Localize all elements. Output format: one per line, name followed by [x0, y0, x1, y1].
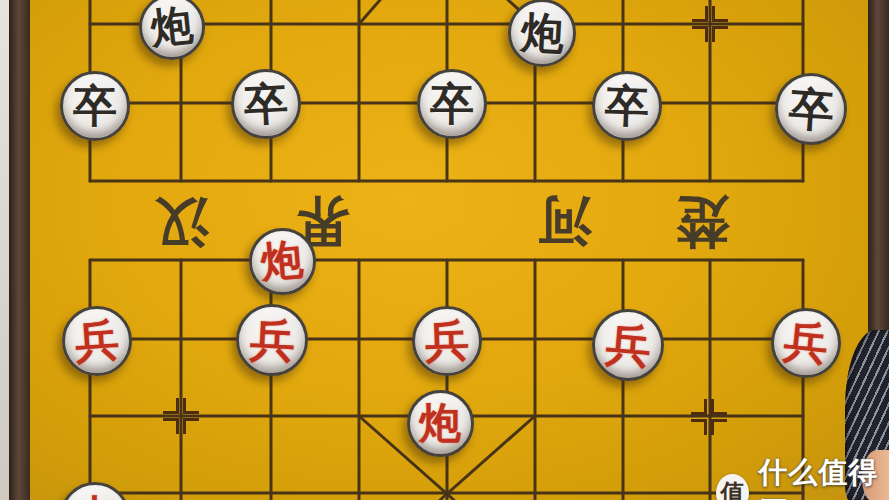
- piece-glyph: 兵: [604, 321, 653, 370]
- piece-glyph: 兵: [74, 318, 121, 365]
- piece-glyph: 兵: [424, 318, 470, 364]
- piece-black-cannon-f3[interactable]: 炮: [508, 0, 576, 67]
- piece-red-soldier-i7[interactable]: 兵: [771, 308, 841, 378]
- point-marker-b8: [159, 394, 203, 438]
- piece-black-soldier-g4[interactable]: 卒: [592, 71, 662, 141]
- piece-glyph: 卒: [243, 81, 289, 127]
- river-char-han: 汉: [149, 190, 215, 256]
- piece-glyph: 車: [73, 495, 117, 500]
- piece-red-soldier-c7[interactable]: 兵: [236, 304, 308, 376]
- piece-red-cannon-e8[interactable]: 炮: [407, 390, 474, 457]
- piece-glyph: 兵: [782, 319, 830, 367]
- smzdm-logo-icon: 值: [716, 474, 749, 500]
- point-marker-h3: [688, 2, 732, 46]
- watermark: 值 什么值得买: [716, 453, 889, 500]
- piece-red-soldier-g7[interactable]: 兵: [592, 309, 664, 381]
- piece-glyph: 卒: [73, 84, 117, 128]
- piece-glyph: 炮: [519, 10, 564, 55]
- piece-red-soldier-e7[interactable]: 兵: [412, 306, 482, 376]
- piece-glyph: 兵: [248, 316, 295, 363]
- piece-red-cannon-c6[interactable]: 炮: [249, 228, 316, 295]
- piece-glyph: 卒: [430, 82, 474, 126]
- piece-black-soldier-i4[interactable]: 卒: [775, 73, 847, 145]
- piece-black-soldier-a4[interactable]: 卒: [60, 71, 130, 141]
- xiangqi-photo: 汉 界 河 楚 炮炮卒卒卒卒卒炮兵兵兵兵兵炮車 值 什么值得买: [0, 0, 889, 500]
- piece-glyph: 炮: [149, 4, 195, 50]
- piece-glyph: 炮: [259, 238, 305, 284]
- piece-glyph: 炮: [419, 402, 461, 444]
- piece-black-soldier-c4[interactable]: 卒: [231, 69, 301, 139]
- point-marker-h8: [687, 395, 731, 439]
- piece-black-soldier-e4[interactable]: 卒: [417, 69, 487, 139]
- piece-glyph: 卒: [604, 83, 650, 129]
- river-char-chu: 楚: [670, 190, 736, 256]
- piece-red-soldier-a7[interactable]: 兵: [62, 306, 132, 376]
- watermark-text: 什么值得买: [758, 453, 889, 500]
- river-char-he: 河: [532, 189, 598, 255]
- piece-glyph: 卒: [787, 85, 835, 133]
